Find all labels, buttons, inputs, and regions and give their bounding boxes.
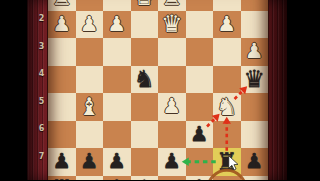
white-knight-b5[interactable]: ♞: [216, 95, 238, 119]
square-e4[interactable]: ♞: [131, 66, 159, 94]
square-a8[interactable]: [241, 176, 269, 181]
square-h3[interactable]: [48, 38, 76, 66]
square-c8[interactable]: ♝: [186, 176, 214, 181]
white-pawn-f2[interactable]: ♟: [107, 14, 126, 35]
white-pawn-b2[interactable]: ♟: [217, 14, 236, 35]
rank-label-4: 4: [36, 69, 47, 79]
square-g7[interactable]: ♟: [76, 148, 104, 176]
square-f8[interactable]: ♝: [103, 176, 131, 181]
square-a6[interactable]: [241, 121, 269, 149]
white-rook-h1[interactable]: ♜: [51, 0, 73, 9]
square-d1[interactable]: ♜: [158, 0, 186, 11]
square-d3[interactable]: [158, 38, 186, 66]
square-c7[interactable]: [186, 148, 214, 176]
square-h1[interactable]: ♜: [48, 0, 76, 11]
white-rook-d1[interactable]: ♜: [161, 0, 183, 9]
square-b1[interactable]: [213, 0, 241, 11]
square-e1[interactable]: ♚: [131, 0, 159, 11]
black-pawn-d7[interactable]: ♟: [162, 151, 181, 172]
black-queen-a4[interactable]: ♛: [243, 67, 265, 91]
square-e5[interactable]: [131, 93, 159, 121]
square-a3[interactable]: ♟: [241, 38, 269, 66]
rank-label-7: 7: [36, 152, 47, 162]
square-b3[interactable]: [213, 38, 241, 66]
white-pawn-g2[interactable]: ♟: [80, 14, 99, 35]
chessboard[interactable]: ♜♚♜♟♟♟♛♟♟♞♛♝♟♞♟♟♟♟♟♜♟♜♝♚♝: [48, 0, 268, 180]
square-c3[interactable]: [186, 38, 214, 66]
square-h2[interactable]: ♟: [48, 11, 76, 39]
square-f4[interactable]: [103, 66, 131, 94]
square-c6[interactable]: ♟: [186, 121, 214, 149]
rank-label-3: 3: [36, 42, 47, 52]
chess-app-screenshot: ♜♚♜♟♟♟♛♟♟♞♛♝♟♞♟♟♟♟♟♜♟♜♝♚♝ 234567: [0, 0, 320, 180]
square-e7[interactable]: [131, 148, 159, 176]
square-b4[interactable]: [213, 66, 241, 94]
square-a5[interactable]: [241, 93, 269, 121]
square-b6[interactable]: [213, 121, 241, 149]
white-king-e1[interactable]: ♚: [133, 0, 155, 9]
square-f5[interactable]: [103, 93, 131, 121]
black-pawn-c6[interactable]: ♟: [190, 124, 209, 145]
square-g4[interactable]: [76, 66, 104, 94]
square-d8[interactable]: [158, 176, 186, 181]
black-knight-e4[interactable]: ♞: [133, 67, 155, 91]
square-d7[interactable]: ♟: [158, 148, 186, 176]
square-b5[interactable]: ♞: [213, 93, 241, 121]
black-king-e8[interactable]: ♚: [133, 177, 155, 180]
square-e3[interactable]: [131, 38, 159, 66]
square-c1[interactable]: [186, 0, 214, 11]
square-g6[interactable]: [76, 121, 104, 149]
square-f1[interactable]: [103, 0, 131, 11]
square-a2[interactable]: [241, 11, 269, 39]
rank-label-2: 2: [36, 14, 47, 24]
square-e2[interactable]: [131, 11, 159, 39]
black-pawn-h7[interactable]: ♟: [52, 151, 71, 172]
white-pawn-a3[interactable]: ♟: [245, 41, 264, 62]
square-h8[interactable]: ♜: [48, 176, 76, 181]
black-pawn-f7[interactable]: ♟: [107, 151, 126, 172]
square-a1[interactable]: [241, 0, 269, 11]
square-d4[interactable]: [158, 66, 186, 94]
square-h7[interactable]: ♟: [48, 148, 76, 176]
square-c5[interactable]: [186, 93, 214, 121]
square-g2[interactable]: ♟: [76, 11, 104, 39]
square-f3[interactable]: [103, 38, 131, 66]
black-bishop-f8[interactable]: ♝: [106, 177, 128, 180]
rank-label-6: 6: [36, 124, 47, 134]
white-bishop-g5[interactable]: ♝: [78, 95, 100, 119]
square-b2[interactable]: ♟: [213, 11, 241, 39]
white-queen-d2[interactable]: ♛: [161, 12, 183, 36]
square-b7[interactable]: ♜: [213, 148, 241, 176]
square-h6[interactable]: [48, 121, 76, 149]
square-h5[interactable]: [48, 93, 76, 121]
black-rook-h8[interactable]: ♜: [51, 177, 73, 180]
square-g3[interactable]: [76, 38, 104, 66]
square-e8[interactable]: ♚: [131, 176, 159, 181]
black-pawn-a7[interactable]: ♟: [245, 151, 264, 172]
rank-label-5: 5: [36, 97, 47, 107]
black-bishop-c8[interactable]: ♝: [188, 177, 210, 180]
square-g8[interactable]: [76, 176, 104, 181]
square-a7[interactable]: ♟: [241, 148, 269, 176]
square-e6[interactable]: [131, 121, 159, 149]
black-rook-b7[interactable]: ♜: [216, 150, 238, 174]
square-g5[interactable]: ♝: [76, 93, 104, 121]
square-f7[interactable]: ♟: [103, 148, 131, 176]
square-b8[interactable]: [213, 176, 241, 181]
square-g1[interactable]: [76, 0, 104, 11]
white-pawn-h2[interactable]: ♟: [52, 14, 71, 35]
square-h4[interactable]: [48, 66, 76, 94]
square-d2[interactable]: ♛: [158, 11, 186, 39]
square-c4[interactable]: [186, 66, 214, 94]
square-f2[interactable]: ♟: [103, 11, 131, 39]
square-c2[interactable]: [186, 11, 214, 39]
square-d6[interactable]: [158, 121, 186, 149]
white-pawn-d5[interactable]: ♟: [162, 96, 181, 117]
square-a4[interactable]: ♛: [241, 66, 269, 94]
square-f6[interactable]: [103, 121, 131, 149]
square-d5[interactable]: ♟: [158, 93, 186, 121]
black-pawn-g7[interactable]: ♟: [80, 151, 99, 172]
